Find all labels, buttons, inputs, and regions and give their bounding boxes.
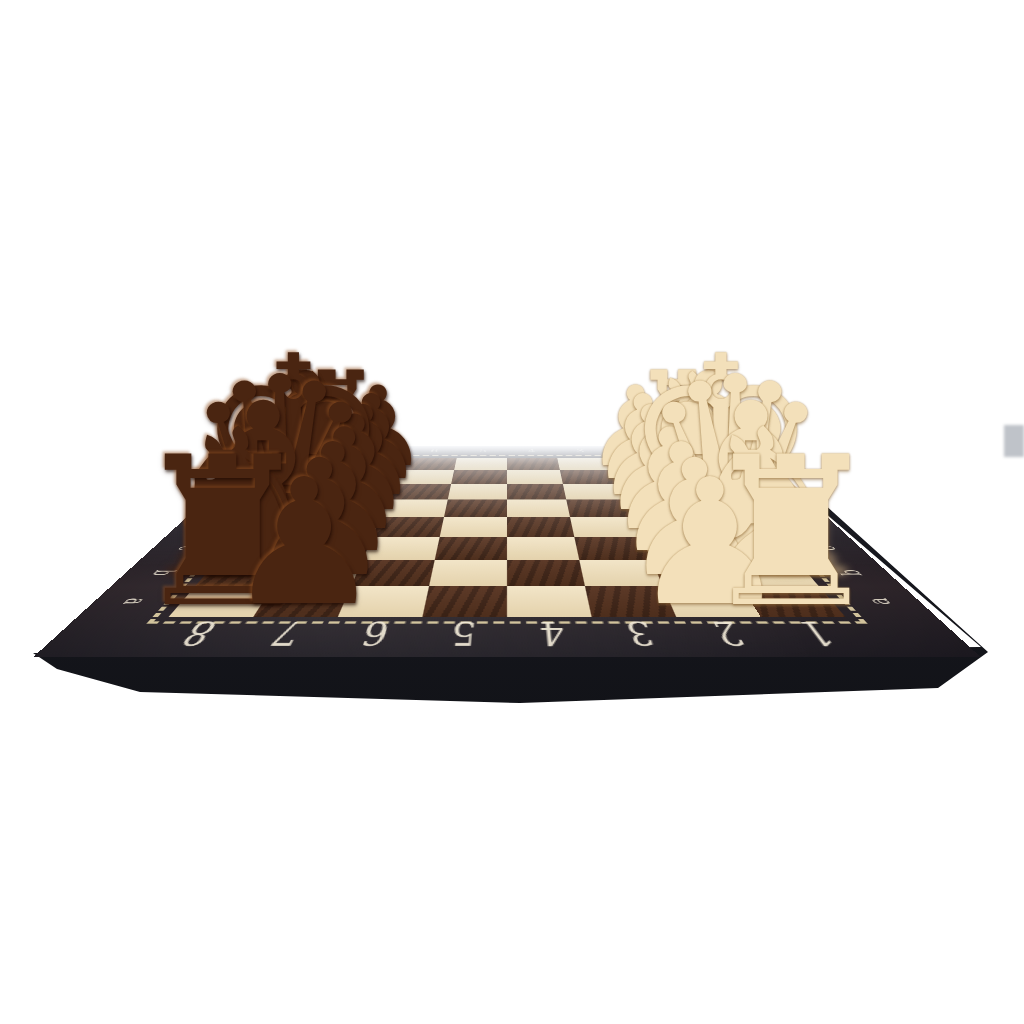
file-label-left-e: e (214, 506, 239, 510)
rank-label-near-1: 1 (791, 617, 840, 649)
file-label-right-h: h (733, 462, 754, 465)
coordinate-labels: 8765432187654321abcdefghabcdefgh (33, 446, 980, 658)
product-photo: 8765432187654321abcdefghabcdefgh ♜♞♝♛♚♝♞… (0, 0, 1024, 1024)
file-label-left-f: f (232, 490, 254, 492)
file-label-right-d: d (792, 524, 819, 528)
rank-label-far-4: 4 (527, 448, 535, 453)
file-label-left-b: b (147, 570, 179, 576)
file-label-right-f: f (760, 490, 782, 492)
file-label-left-a: a (117, 598, 152, 604)
rank-label-near-4: 4 (537, 617, 565, 649)
rank-label-near-6: 6 (357, 617, 392, 649)
reflection-black-rook-h8: ♜ (271, 379, 382, 456)
file-label-right-g: g (745, 475, 767, 478)
rank-label-far-8: 8 (331, 448, 342, 453)
file-label-left-d: d (195, 524, 222, 528)
file-label-left-c: c (173, 546, 202, 550)
background-object (1004, 425, 1024, 457)
file-label-left-g: g (247, 475, 269, 478)
rank-label-near-2: 2 (707, 617, 749, 649)
rank-label-near-8: 8 (173, 617, 222, 649)
file-label-right-e: e (775, 506, 800, 510)
rank-label-near-5: 5 (448, 617, 476, 649)
rank-label-near-7: 7 (265, 617, 307, 649)
reflection-white-rook-h1: ♜ (632, 379, 743, 456)
file-label-right-c: c (812, 546, 841, 550)
rank-label-far-1: 1 (672, 448, 683, 453)
rank-label-far-5: 5 (479, 448, 487, 453)
rank-label-far-7: 7 (380, 448, 390, 453)
file-label-right-b: b (835, 570, 867, 576)
rank-label-near-3: 3 (622, 617, 657, 649)
file-label-left-h: h (260, 462, 281, 465)
rank-label-far-6: 6 (429, 448, 438, 453)
rank-label-far-2: 2 (624, 448, 634, 453)
rank-label-far-3: 3 (575, 448, 584, 453)
chess-board: 8765432187654321abcdefghabcdefgh (33, 446, 980, 658)
file-label-right-a: a (862, 598, 897, 604)
